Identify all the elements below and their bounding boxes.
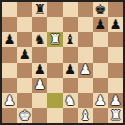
square-c7[interactable]: [32, 17, 47, 32]
chess-board: ♜♚♟♟♟♞♜♝♟♟♟♟♟♟♞♟♟♚♝♜: [2, 2, 123, 123]
square-b2[interactable]: [17, 93, 32, 108]
square-h4[interactable]: [108, 63, 123, 78]
square-g5[interactable]: [93, 47, 108, 62]
square-f1[interactable]: ♝: [78, 108, 93, 123]
square-f4[interactable]: ♟: [78, 63, 93, 78]
square-e3[interactable]: [63, 78, 78, 93]
square-g8[interactable]: ♚: [93, 2, 108, 17]
square-d8[interactable]: [47, 2, 62, 17]
square-d1[interactable]: [47, 108, 62, 123]
black-king[interactable]: ♚: [94, 2, 106, 16]
square-b7[interactable]: [17, 17, 32, 32]
square-b4[interactable]: [17, 63, 32, 78]
black-pawn[interactable]: ♟: [94, 17, 106, 31]
square-d5[interactable]: [47, 47, 62, 62]
black-pawn[interactable]: ♟: [109, 17, 121, 31]
square-f8[interactable]: [78, 2, 93, 17]
square-c5[interactable]: [32, 47, 47, 62]
square-h5[interactable]: [108, 47, 123, 62]
square-e6[interactable]: ♝: [63, 32, 78, 47]
black-rook[interactable]: ♜: [34, 2, 46, 16]
square-g3[interactable]: [93, 78, 108, 93]
black-pawn[interactable]: ♟: [4, 33, 16, 47]
board-frame: ♜♚♟♟♟♞♜♝♟♟♟♟♟♟♞♟♟♚♝♜: [0, 0, 125, 125]
square-c6[interactable]: ♞: [32, 32, 47, 47]
square-a2[interactable]: ♟: [2, 93, 17, 108]
square-e7[interactable]: [63, 17, 78, 32]
square-c8[interactable]: ♜: [32, 2, 47, 17]
square-a7[interactable]: [2, 17, 17, 32]
square-d6[interactable]: ♜: [47, 32, 62, 47]
square-a6[interactable]: ♟: [2, 32, 17, 47]
square-a8[interactable]: [2, 2, 17, 17]
square-f2[interactable]: [78, 93, 93, 108]
square-d7[interactable]: [47, 17, 62, 32]
square-e1[interactable]: [63, 108, 78, 123]
square-f7[interactable]: [78, 17, 93, 32]
white-king[interactable]: ♚: [19, 108, 31, 122]
square-e8[interactable]: [63, 2, 78, 17]
black-pawn[interactable]: ♟: [64, 63, 76, 77]
square-b1[interactable]: ♚: [17, 108, 32, 123]
white-rook[interactable]: ♜: [109, 108, 121, 122]
square-h3[interactable]: [108, 78, 123, 93]
square-h8[interactable]: [108, 2, 123, 17]
square-d3[interactable]: [47, 78, 62, 93]
square-g6[interactable]: [93, 32, 108, 47]
square-c3[interactable]: ♟: [32, 78, 47, 93]
square-e4[interactable]: ♟: [63, 63, 78, 78]
square-e2[interactable]: ♞: [63, 93, 78, 108]
square-b8[interactable]: [17, 2, 32, 17]
square-h2[interactable]: ♟: [108, 93, 123, 108]
black-pawn[interactable]: ♟: [34, 63, 46, 77]
white-pawn[interactable]: ♟: [34, 78, 46, 92]
square-g7[interactable]: ♟: [93, 17, 108, 32]
square-h1[interactable]: ♜: [108, 108, 123, 123]
white-pawn[interactable]: ♟: [94, 93, 106, 107]
square-a1[interactable]: [2, 108, 17, 123]
square-c1[interactable]: [32, 108, 47, 123]
square-g1[interactable]: [93, 108, 108, 123]
square-f6[interactable]: [78, 32, 93, 47]
square-f3[interactable]: [78, 78, 93, 93]
square-h6[interactable]: [108, 32, 123, 47]
square-d2[interactable]: [47, 93, 62, 108]
white-pawn[interactable]: ♟: [79, 63, 91, 77]
white-knight[interactable]: ♞: [64, 93, 76, 107]
white-bishop[interactable]: ♝: [79, 108, 91, 122]
square-f5[interactable]: [78, 47, 93, 62]
square-a5[interactable]: [2, 47, 17, 62]
square-b3[interactable]: [17, 78, 32, 93]
square-g2[interactable]: ♟: [93, 93, 108, 108]
square-b5[interactable]: ♟: [17, 47, 32, 62]
black-knight[interactable]: ♞: [34, 33, 46, 47]
square-g4[interactable]: [93, 63, 108, 78]
white-pawn[interactable]: ♟: [109, 93, 121, 107]
square-b6[interactable]: [17, 32, 32, 47]
square-a3[interactable]: [2, 78, 17, 93]
black-pawn[interactable]: ♟: [19, 48, 31, 62]
square-c4[interactable]: ♟: [32, 63, 47, 78]
square-e5[interactable]: [63, 47, 78, 62]
white-rook[interactable]: ♜: [49, 33, 61, 47]
square-d4[interactable]: [47, 63, 62, 78]
square-c2[interactable]: [32, 93, 47, 108]
square-h7[interactable]: ♟: [108, 17, 123, 32]
square-a4[interactable]: [2, 63, 17, 78]
black-bishop[interactable]: ♝: [64, 33, 76, 47]
white-pawn[interactable]: ♟: [4, 93, 16, 107]
